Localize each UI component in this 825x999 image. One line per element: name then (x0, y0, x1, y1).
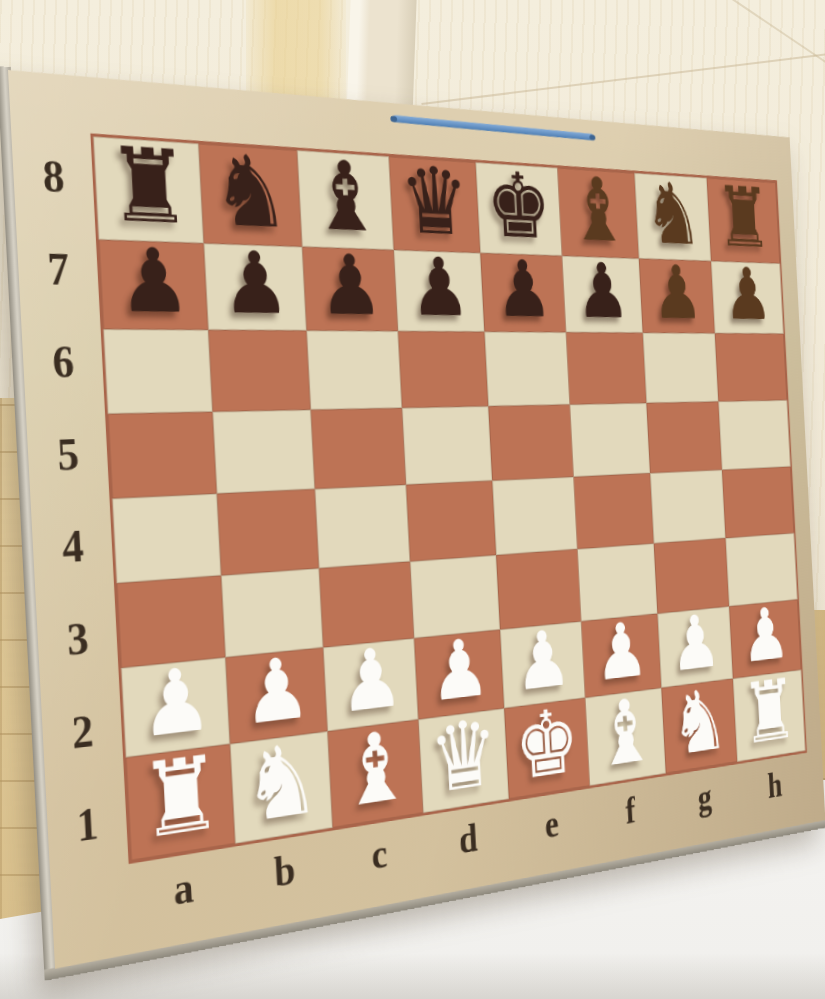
square-b8[interactable]: ♞ (198, 144, 301, 247)
square-f8[interactable]: ♝ (557, 168, 638, 259)
square-g6[interactable] (643, 333, 719, 403)
piece-black-rook-h8[interactable]: ♜ (714, 175, 773, 260)
file-label-c: c (331, 810, 427, 914)
file-label-b: b (233, 825, 336, 933)
square-a5[interactable] (108, 412, 217, 499)
square-a6[interactable] (103, 329, 212, 414)
square-c4[interactable] (314, 485, 410, 569)
square-b6[interactable] (208, 330, 310, 412)
square-b7[interactable]: ♟ (204, 243, 307, 330)
square-h5[interactable] (719, 400, 791, 470)
piece-black-pawn-d7[interactable]: ♟ (407, 247, 471, 328)
demo-chess-board: 87654321 ♜♞♝♛♚♝♞♜♟♟♟♟♟♟♟♟♟♟♟♟♟♟♟♟♜♞♝♛♚♝♞… (8, 14, 825, 969)
piece-black-knight-g8[interactable]: ♞ (642, 170, 704, 257)
piece-white-king-e1[interactable]: ♚ (513, 696, 582, 795)
file-label-f: f (590, 771, 671, 865)
square-e1[interactable]: ♚ (504, 698, 589, 799)
piece-white-bishop-c1[interactable]: ♝ (337, 717, 414, 823)
square-a8[interactable]: ♜ (93, 136, 203, 243)
piece-white-rook-a1[interactable]: ♜ (137, 742, 225, 855)
square-f1[interactable]: ♝ (585, 688, 666, 786)
piece-white-knight-b1[interactable]: ♞ (240, 729, 322, 838)
square-a4[interactable] (112, 494, 221, 584)
piece-black-pawn-g7[interactable]: ♟ (650, 256, 704, 330)
piece-white-queen-d1[interactable]: ♛ (427, 706, 500, 808)
piece-black-bishop-f8[interactable]: ♝ (565, 165, 631, 255)
square-h1[interactable]: ♜ (733, 670, 805, 762)
piece-black-knight-b8[interactable]: ♞ (209, 141, 292, 243)
file-label-h: h (739, 748, 811, 836)
square-f5[interactable] (570, 403, 650, 477)
square-c8[interactable]: ♝ (297, 150, 394, 250)
square-g8[interactable]: ♞ (634, 173, 711, 261)
square-d4[interactable] (406, 481, 496, 562)
piece-black-pawn-b7[interactable]: ♟ (219, 240, 291, 327)
square-d6[interactable] (398, 331, 488, 408)
piece-black-pawn-c7[interactable]: ♟ (316, 244, 384, 328)
square-h7[interactable]: ♟ (711, 261, 783, 334)
square-g5[interactable] (646, 402, 722, 474)
rank-label-8: 8 (11, 128, 95, 225)
square-h8[interactable]: ♜ (707, 178, 780, 264)
square-g4[interactable] (650, 470, 726, 544)
square-c6[interactable] (306, 331, 402, 410)
square-d8[interactable]: ♛ (389, 156, 480, 253)
board-grid: ♜♞♝♛♚♝♞♜♟♟♟♟♟♟♟♟♟♟♟♟♟♟♟♟♜♞♝♛♚♝♞♜ (90, 133, 807, 864)
rank-label-1: 1 (45, 773, 128, 877)
square-f6[interactable] (566, 332, 646, 404)
piece-black-queen-d8[interactable]: ♛ (398, 154, 472, 250)
square-f7[interactable]: ♟ (562, 256, 643, 333)
rank-label-5: 5 (26, 407, 110, 502)
file-label-d: d (423, 796, 514, 896)
rank-label-4: 4 (31, 499, 115, 596)
piece-white-rook-h1[interactable]: ♜ (740, 668, 798, 758)
square-e7[interactable]: ♟ (480, 253, 565, 332)
piece-white-bishop-f1[interactable]: ♝ (593, 686, 658, 782)
square-d7[interactable]: ♟ (394, 250, 485, 332)
piece-black-pawn-f7[interactable]: ♟ (574, 253, 631, 329)
photo-stage: 87654321 ♜♞♝♛♚♝♞♜♟♟♟♟♟♟♟♟♟♟♟♟♟♟♟♟♜♞♝♛♚♝♞… (0, 0, 825, 999)
square-f4[interactable] (573, 473, 653, 549)
board-panel: 87654321 ♜♞♝♛♚♝♞♜♟♟♟♟♟♟♟♟♟♟♟♟♟♟♟♟♜♞♝♛♚♝♞… (8, 70, 825, 969)
square-e8[interactable]: ♚ (476, 162, 562, 256)
square-e5[interactable] (488, 405, 573, 481)
square-g7[interactable]: ♟ (639, 259, 715, 334)
piece-black-rook-a8[interactable]: ♜ (104, 133, 193, 239)
rank-label-2: 2 (40, 681, 123, 783)
piece-black-king-e8[interactable]: ♚ (484, 159, 553, 252)
piece-black-pawn-h7[interactable]: ♟ (722, 258, 773, 330)
square-d1[interactable]: ♛ (418, 708, 509, 813)
rank-label-3: 3 (36, 590, 119, 690)
rank-label-6: 6 (21, 315, 105, 409)
square-e4[interactable] (492, 477, 577, 555)
piece-white-knight-g1[interactable]: ♞ (669, 676, 730, 769)
file-label-g: g (666, 759, 742, 850)
square-c5[interactable] (310, 408, 406, 489)
piece-black-pawn-a7[interactable]: ♟ (115, 236, 192, 326)
square-b4[interactable] (217, 489, 319, 575)
square-h4[interactable] (722, 467, 794, 538)
piece-black-pawn-e7[interactable]: ♟ (493, 250, 553, 329)
square-b5[interactable] (212, 410, 314, 494)
square-a7[interactable]: ♟ (99, 240, 208, 330)
square-g1[interactable]: ♞ (661, 679, 737, 774)
square-d5[interactable] (402, 406, 492, 485)
rank-label-7: 7 (16, 222, 100, 316)
piece-black-bishop-c8[interactable]: ♝ (306, 147, 384, 246)
square-c7[interactable]: ♟ (302, 247, 398, 331)
square-h6[interactable] (715, 333, 787, 401)
square-e6[interactable] (484, 332, 569, 406)
file-label-e: e (509, 783, 594, 880)
